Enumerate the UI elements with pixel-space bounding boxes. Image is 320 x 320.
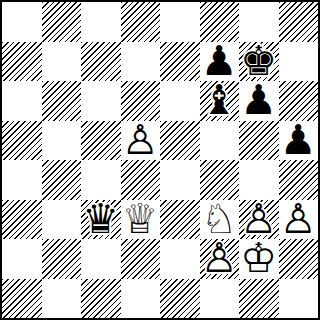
black-king-icon: ♚ (240, 42, 277, 82)
square-h7[interactable] (279, 42, 319, 82)
white-king-icon: ♔ (240, 239, 277, 279)
square-b4[interactable] (42, 160, 82, 200)
piece-white-king: ♚♔ (239, 239, 279, 279)
square-a6[interactable] (2, 81, 42, 121)
square-e7[interactable] (160, 42, 200, 82)
square-a3[interactable] (2, 200, 42, 240)
square-f4[interactable] (200, 160, 240, 200)
square-h1[interactable] (279, 279, 319, 319)
square-d7[interactable] (121, 42, 161, 82)
piece-black-bishop: ♝♝ (200, 81, 240, 121)
piece-white-pawn: ♟♙ (121, 121, 161, 161)
square-f5[interactable] (200, 121, 240, 161)
square-a1[interactable] (2, 279, 42, 319)
black-pawn-icon: ♟ (240, 81, 277, 121)
square-f1[interactable] (200, 279, 240, 319)
square-h3[interactable]: ♟♙ (279, 200, 319, 240)
white-pawn-icon: ♙ (240, 200, 277, 240)
square-d2[interactable] (121, 239, 161, 279)
piece-white-pawn: ♟♙ (279, 200, 319, 240)
square-a4[interactable] (2, 160, 42, 200)
square-h2[interactable] (279, 239, 319, 279)
square-g8[interactable] (239, 2, 279, 42)
square-f3[interactable]: ♞♘ (200, 200, 240, 240)
white-knight-icon: ♘ (201, 200, 238, 240)
square-b2[interactable] (42, 239, 82, 279)
square-g4[interactable] (239, 160, 279, 200)
square-f7[interactable]: ♟♟ (200, 42, 240, 82)
white-pawn-icon: ♙ (280, 200, 317, 240)
square-f6[interactable]: ♝♝ (200, 81, 240, 121)
square-c5[interactable] (81, 121, 121, 161)
square-b8[interactable] (42, 2, 82, 42)
square-c3[interactable]: ♛♛ (81, 200, 121, 240)
square-b6[interactable] (42, 81, 82, 121)
black-bishop-icon: ♝ (201, 81, 238, 121)
piece-white-knight: ♞♘ (200, 200, 240, 240)
chess-board: ♟♟♚♚♝♝♟♟♟♙♟♟♛♛♛♕♞♘♟♙♟♙♟♙♚♔ (0, 0, 320, 320)
square-g5[interactable] (239, 121, 279, 161)
square-h8[interactable] (279, 2, 319, 42)
piece-white-queen: ♛♕ (121, 200, 161, 240)
black-pawn-icon: ♟ (280, 121, 317, 161)
square-a5[interactable] (2, 121, 42, 161)
square-b1[interactable] (42, 279, 82, 319)
square-g3[interactable]: ♟♙ (239, 200, 279, 240)
square-a8[interactable] (2, 2, 42, 42)
square-e4[interactable] (160, 160, 200, 200)
square-c8[interactable] (81, 2, 121, 42)
piece-black-pawn: ♟♟ (200, 42, 240, 82)
square-c7[interactable] (81, 42, 121, 82)
square-a2[interactable] (2, 239, 42, 279)
square-d5[interactable]: ♟♙ (121, 121, 161, 161)
square-c2[interactable] (81, 239, 121, 279)
square-b5[interactable] (42, 121, 82, 161)
square-g6[interactable]: ♟♟ (239, 81, 279, 121)
square-e3[interactable] (160, 200, 200, 240)
square-b7[interactable] (42, 42, 82, 82)
square-d4[interactable] (121, 160, 161, 200)
piece-black-pawn: ♟♟ (279, 121, 319, 161)
square-a7[interactable] (2, 42, 42, 82)
square-d3[interactable]: ♛♕ (121, 200, 161, 240)
square-h6[interactable] (279, 81, 319, 121)
square-e1[interactable] (160, 279, 200, 319)
square-g7[interactable]: ♚♚ (239, 42, 279, 82)
white-queen-icon: ♕ (122, 200, 159, 240)
square-e8[interactable] (160, 2, 200, 42)
piece-white-pawn: ♟♙ (239, 200, 279, 240)
piece-white-pawn: ♟♙ (200, 239, 240, 279)
piece-black-pawn: ♟♟ (239, 81, 279, 121)
black-queen-icon: ♛ (82, 200, 119, 240)
square-c4[interactable] (81, 160, 121, 200)
square-e5[interactable] (160, 121, 200, 161)
square-c6[interactable] (81, 81, 121, 121)
square-f8[interactable] (200, 2, 240, 42)
square-h4[interactable] (279, 160, 319, 200)
white-pawn-icon: ♙ (122, 121, 159, 161)
square-f2[interactable]: ♟♙ (200, 239, 240, 279)
piece-black-king: ♚♚ (239, 42, 279, 82)
square-g1[interactable] (239, 279, 279, 319)
piece-black-queen: ♛♛ (81, 200, 121, 240)
black-pawn-icon: ♟ (201, 42, 238, 82)
square-d6[interactable] (121, 81, 161, 121)
square-e2[interactable] (160, 239, 200, 279)
square-h5[interactable]: ♟♟ (279, 121, 319, 161)
square-c1[interactable] (81, 279, 121, 319)
square-g2[interactable]: ♚♔ (239, 239, 279, 279)
square-d8[interactable] (121, 2, 161, 42)
white-pawn-icon: ♙ (201, 239, 238, 279)
square-b3[interactable] (42, 200, 82, 240)
square-e6[interactable] (160, 81, 200, 121)
square-d1[interactable] (121, 279, 161, 319)
